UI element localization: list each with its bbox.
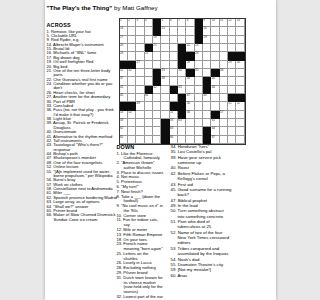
cell-number: 50 <box>187 102 190 105</box>
grid-cell[interactable]: 52 <box>236 102 244 110</box>
black-square <box>170 86 178 94</box>
cell-number: 34 <box>178 69 181 72</box>
grid-cell[interactable] <box>136 111 144 119</box>
cell-number: 13 <box>237 19 240 22</box>
clue: 39. Have your service pick someone up <box>171 155 232 166</box>
grid-cell[interactable] <box>228 44 236 52</box>
grid-cell[interactable] <box>220 119 228 127</box>
grid-cell[interactable]: 11 <box>220 19 228 27</box>
grid-cell[interactable]: 15 <box>161 27 169 35</box>
grid-cell[interactable]: 32 <box>128 69 136 77</box>
clue-number: 34. <box>171 144 178 149</box>
grid-cell[interactable] <box>220 136 228 144</box>
grid-cell[interactable]: 8 <box>186 19 194 27</box>
black-square <box>203 136 211 144</box>
cell-number: 54 <box>128 111 131 114</box>
cell-number: 30 <box>237 61 240 64</box>
grid-cell[interactable] <box>211 102 219 110</box>
grid-cell[interactable] <box>203 69 211 77</box>
cell-number: 31 <box>120 69 123 72</box>
grid-cell[interactable] <box>220 44 228 52</box>
clue-number: 21. <box>47 68 54 73</box>
grid-cell[interactable] <box>153 52 161 60</box>
grid-cell[interactable]: 44 <box>211 86 219 94</box>
grid-cell[interactable] <box>236 136 244 144</box>
grid-cell[interactable] <box>220 36 228 44</box>
grid-cell[interactable] <box>170 44 178 52</box>
cell-number: 4 <box>145 19 147 22</box>
grid-cell[interactable] <box>195 136 203 144</box>
down-section-col1: DOWN 1. Like the Florence Cathedral, fam… <box>117 144 164 300</box>
clue-number: 53. <box>171 246 178 251</box>
grid-cell[interactable] <box>203 111 211 119</box>
clue-number: 55. <box>47 169 54 174</box>
grid-cell[interactable] <box>211 36 219 44</box>
grid-cell[interactable] <box>178 36 186 44</box>
cell-number: 65 <box>120 136 123 139</box>
clue-number: 51. <box>171 219 178 224</box>
grid-cell[interactable] <box>128 52 136 60</box>
clue: 50. Turn something abstract into somethi… <box>171 208 232 219</box>
grid-cell[interactable] <box>203 61 211 69</box>
grid-cell[interactable] <box>228 69 236 77</box>
cell-number: 49 <box>137 102 140 105</box>
grid-cell[interactable] <box>220 77 228 85</box>
grid-cell[interactable]: 35 <box>195 69 203 77</box>
grid-cell[interactable]: 21 <box>153 44 161 52</box>
cell-number: 16 <box>203 27 206 30</box>
cell-number: 47 <box>187 94 190 97</box>
black-square <box>203 127 211 135</box>
grid-cell[interactable] <box>203 52 211 60</box>
clue-number: 52. <box>171 230 178 235</box>
grid-cell[interactable] <box>211 94 219 102</box>
cell-number: 24 <box>120 52 123 55</box>
grid-cell[interactable] <box>228 136 236 144</box>
grid-cell[interactable] <box>136 44 144 52</box>
grid-cell[interactable]: 3 <box>136 19 144 27</box>
clue-number: 11. <box>117 217 124 222</box>
cell-number: 21 <box>153 44 156 47</box>
grid-cell[interactable]: 27 <box>136 61 144 69</box>
grid-cell[interactable] <box>145 127 153 135</box>
grid-cell[interactable] <box>145 111 153 119</box>
clue: 31. Dutch town known for its cheese mark… <box>117 276 164 295</box>
grid-cell[interactable] <box>170 61 178 69</box>
clue-number: 36. <box>47 107 54 112</box>
clue-number: 45. <box>171 187 178 192</box>
grid-cell[interactable] <box>195 127 203 135</box>
down-clue-list-2: 34. Honduran "hers"35. Lou Costello's pa… <box>171 144 232 278</box>
cell-number: 66 <box>170 136 173 139</box>
cell-number: 61 <box>212 119 215 122</box>
cell-number: 56 <box>187 111 190 114</box>
grid-cell[interactable]: 26 <box>195 52 203 60</box>
grid-cell[interactable] <box>228 86 236 94</box>
grid-cell[interactable]: 28 <box>186 61 194 69</box>
cell-number: 6 <box>170 19 172 22</box>
grid-cell[interactable] <box>236 27 244 35</box>
cell-number: 58 <box>120 119 123 122</box>
clue-number: 54. <box>171 257 178 262</box>
grid-cell[interactable]: 30 <box>236 61 244 69</box>
clue-number: 1. <box>117 151 122 156</box>
cell-number: 1 <box>120 19 122 22</box>
grid-cell[interactable] <box>186 136 194 144</box>
cell-number: 38 <box>162 77 165 80</box>
clue-number: 43. <box>171 182 178 187</box>
grid-cell[interactable] <box>178 127 186 135</box>
grid-cell[interactable] <box>136 27 144 35</box>
cell-number: 37 <box>120 77 123 80</box>
grid-cell[interactable]: 60 <box>178 119 186 127</box>
grid-cell[interactable] <box>195 94 203 102</box>
grid-cell[interactable] <box>195 77 203 85</box>
grid-cell[interactable]: 13 <box>236 19 244 27</box>
grid-cell[interactable] <box>203 119 211 127</box>
puzzle-byline: by Matt Gaffney <box>112 4 157 11</box>
grid-cell[interactable] <box>153 102 161 110</box>
grid-cell[interactable] <box>128 36 136 44</box>
grid-cell[interactable] <box>228 111 236 119</box>
cell-number: 44 <box>212 86 215 89</box>
grid-cell[interactable]: 42 <box>153 86 161 94</box>
clue-number: 9. <box>117 203 122 208</box>
grid-cell[interactable] <box>161 94 169 102</box>
grid-cell[interactable]: 65 <box>120 136 128 144</box>
cell-number: 7 <box>178 19 180 22</box>
cell-number: 11 <box>220 19 223 22</box>
grid-cell[interactable] <box>170 77 178 85</box>
grid-cell[interactable]: 10 <box>211 19 219 27</box>
grid-cell[interactable]: 54 <box>128 111 136 119</box>
clue-number: 40. <box>171 165 178 170</box>
grid-cell[interactable] <box>128 119 136 127</box>
grid-cell[interactable] <box>161 86 169 94</box>
grid-cell[interactable] <box>236 36 244 44</box>
cell-number: 43 <box>178 86 181 89</box>
black-square <box>178 102 186 110</box>
black-square <box>161 127 169 135</box>
grid-cell[interactable]: 43 <box>178 86 186 94</box>
grid-cell[interactable]: 25 <box>145 52 153 60</box>
grid-cell[interactable] <box>211 61 219 69</box>
cell-number: 15 <box>162 27 165 30</box>
down-header: DOWN <box>117 144 164 150</box>
grid-cell[interactable] <box>236 44 244 52</box>
clue: 52. Name of two of the four New York Tim… <box>171 230 232 246</box>
clue-number: 31. <box>117 275 124 280</box>
black-square <box>161 136 169 144</box>
grid-cell[interactable] <box>153 119 161 127</box>
grid-cell[interactable]: 24 <box>120 52 128 60</box>
cell-number: 62 <box>120 127 123 130</box>
clue-number: 50. <box>171 208 178 213</box>
cell-number: 8 <box>187 19 189 22</box>
grid-cell[interactable] <box>195 111 203 119</box>
clue-number: 39. <box>171 155 178 160</box>
black-square <box>195 27 203 35</box>
grid-cell[interactable] <box>228 36 236 44</box>
grid-cell[interactable] <box>178 27 186 35</box>
grid-cell[interactable] <box>220 52 228 60</box>
clue-number: 35. <box>171 149 178 154</box>
cell-number: 67 <box>212 136 215 139</box>
clue-number: 59. <box>171 267 178 272</box>
cell-number: 46 <box>145 94 148 97</box>
grid-cell[interactable] <box>203 102 211 110</box>
grid-cell[interactable] <box>128 27 136 35</box>
grid-cell[interactable] <box>236 86 244 94</box>
grid-cell[interactable]: 51 <box>228 102 236 110</box>
grid-cell[interactable] <box>186 27 194 35</box>
cell-number: 35 <box>195 69 198 72</box>
cell-number: 36 <box>220 69 223 72</box>
clue-number: 8. <box>117 194 121 199</box>
grid-cell[interactable] <box>153 94 161 102</box>
grid-cell[interactable]: 56 <box>186 111 194 119</box>
cell-number: 10 <box>212 19 215 22</box>
grid-cell[interactable] <box>228 127 236 135</box>
grid-cell[interactable] <box>186 119 194 127</box>
grid-cell[interactable] <box>136 77 144 85</box>
cell-number: 42 <box>153 86 156 89</box>
grid-cell[interactable]: 22 <box>186 44 194 52</box>
grid-cell[interactable] <box>145 61 153 69</box>
cell-number: 27 <box>137 61 140 64</box>
grid-cell[interactable] <box>128 77 136 85</box>
clue-number: 24. <box>47 81 54 86</box>
grid-cell[interactable]: 46 <box>145 94 153 102</box>
grid-cell[interactable] <box>136 69 144 77</box>
grid-cell[interactable]: 4 <box>145 19 153 27</box>
grid-cell[interactable]: 2 <box>128 19 136 27</box>
grid-cell[interactable]: 19 <box>203 36 211 44</box>
grid-cell[interactable] <box>228 77 236 85</box>
grid-cell[interactable] <box>136 86 144 94</box>
grid-cell[interactable] <box>236 111 244 119</box>
grid-cell[interactable] <box>153 127 161 135</box>
cell-number: 26 <box>195 52 198 55</box>
cell-number: 20 <box>120 44 123 47</box>
grid-cell[interactable] <box>128 44 136 52</box>
grid-cell[interactable] <box>161 52 169 60</box>
cell-number: 48 <box>203 94 206 97</box>
black-square <box>178 52 186 60</box>
cell-number: 53 <box>120 111 123 114</box>
black-square <box>203 77 211 85</box>
grid-cell[interactable] <box>128 94 136 102</box>
grid-cell[interactable] <box>145 36 153 44</box>
crossword-page: "The Play's the Thing" by Matt Gaffney A… <box>45 0 276 300</box>
grid-cell[interactable] <box>178 136 186 144</box>
black-square <box>178 94 186 102</box>
cell-number: 33 <box>162 69 165 72</box>
cell-number: 25 <box>145 52 148 55</box>
grid-cell[interactable]: 6 <box>170 19 178 27</box>
clue-number: 55. <box>171 262 178 267</box>
grid-cell[interactable] <box>145 102 153 110</box>
clue-number: 23. <box>117 241 124 246</box>
cell-number: 12 <box>228 19 231 22</box>
grid-cell[interactable] <box>145 69 153 77</box>
grid-cell[interactable] <box>161 102 169 110</box>
clue: 53. Tribes conquered and assimilated by … <box>171 246 232 257</box>
cell-number: 23 <box>195 44 198 47</box>
grid-cell[interactable]: 67 <box>211 136 219 144</box>
clue-number: 47. <box>171 198 178 203</box>
grid-cell[interactable] <box>153 111 161 119</box>
cell-number: 22 <box>187 44 190 47</box>
grid-cell[interactable] <box>145 136 153 144</box>
down-section-col2: 34. Honduran "hers"35. Lou Costello's pa… <box>171 144 232 278</box>
cell-number: 19 <box>203 36 206 39</box>
grid-cell[interactable] <box>203 44 211 52</box>
grid-cell[interactable] <box>170 94 178 102</box>
grid-cell[interactable] <box>161 36 169 44</box>
cell-number: 45 <box>120 94 123 97</box>
grid-cell[interactable]: 29 <box>228 61 236 69</box>
cell-number: 64 <box>212 127 215 130</box>
cell-number: 55 <box>170 111 173 114</box>
puzzle-title: "The Play's the Thing" <box>47 4 113 11</box>
grid-cell[interactable]: 34 <box>178 69 186 77</box>
cell-number: 29 <box>228 61 231 64</box>
cell-number: 5 <box>162 19 164 22</box>
black-square <box>195 19 203 27</box>
grid-cell[interactable] <box>161 44 169 52</box>
clue: 42. Before Flakes or Pops, a Kellogg's c… <box>171 171 232 182</box>
cell-number: 63 <box>170 127 173 130</box>
black-square <box>153 69 161 77</box>
grid-cell[interactable] <box>236 77 244 85</box>
cell-number: 41 <box>120 86 123 89</box>
grid-cell[interactable] <box>195 102 203 110</box>
cell-number: 32 <box>128 69 131 72</box>
across-header: ACROSS <box>47 22 118 28</box>
grid-cell[interactable] <box>236 119 244 127</box>
clue-number: 2. <box>117 160 122 165</box>
cell-number: 52 <box>237 102 240 105</box>
cell-number: 17 <box>120 36 123 39</box>
cell-number: 39 <box>187 77 190 80</box>
clue: 51. Poet who died of tuberculosis at 25 <box>171 219 232 230</box>
grid-cell[interactable]: 38 <box>161 77 169 85</box>
grid-cell[interactable] <box>170 52 178 60</box>
grid-cell[interactable] <box>153 136 161 144</box>
grid-cell[interactable] <box>145 119 153 127</box>
across-section: ACROSS 1. Remove, like your hat5. Clicka… <box>47 22 118 222</box>
grid-cell[interactable] <box>136 136 144 144</box>
cell-number: 28 <box>187 61 190 64</box>
grid-cell[interactable]: 48 <box>203 94 211 102</box>
grid-cell[interactable] <box>236 127 244 135</box>
clue: 45. Good surname for a running back? <box>171 187 232 198</box>
grid-cell[interactable] <box>128 86 136 94</box>
grid-cell[interactable] <box>220 86 228 94</box>
grid-cell[interactable] <box>220 94 228 102</box>
black-square <box>153 19 161 27</box>
grid-cell[interactable] <box>211 44 219 52</box>
grid-cell[interactable] <box>170 69 178 77</box>
cell-number: 60 <box>178 119 181 122</box>
crossword-grid[interactable]: 1234567891011121314151617181920212223242… <box>119 18 246 145</box>
grid-cell[interactable] <box>136 119 144 127</box>
black-square <box>178 44 186 52</box>
clue: 60. Arias <box>171 273 232 278</box>
clue-number: 39. <box>47 120 54 125</box>
grid-cell[interactable]: 39 <box>186 77 194 85</box>
grid-cell[interactable]: 12 <box>228 19 236 27</box>
grid-cell[interactable] <box>128 136 136 144</box>
grid-cell[interactable] <box>211 52 219 60</box>
cell-number: 14 <box>120 27 123 30</box>
cell-number: 51 <box>228 102 231 105</box>
cell-number: 3 <box>137 19 139 22</box>
grid-cell[interactable] <box>170 36 178 44</box>
grid-cell[interactable]: 57 <box>220 111 228 119</box>
cell-number: 9 <box>203 19 205 22</box>
grid-cell[interactable] <box>136 127 144 135</box>
grid-cell[interactable] <box>170 27 178 35</box>
clue-number: 42. <box>171 171 178 176</box>
cell-number: 57 <box>220 111 223 114</box>
grid-cell[interactable] <box>153 61 161 69</box>
grid-cell[interactable] <box>236 69 244 77</box>
grid-cell[interactable]: 7 <box>178 19 186 27</box>
grid-cell[interactable] <box>161 111 169 119</box>
grid-cell[interactable] <box>128 127 136 135</box>
down-clue-list-1: 1. Like the Florence Cathedral, famously… <box>117 152 164 300</box>
grid-cell[interactable] <box>228 27 236 35</box>
grid-cell[interactable]: 45 <box>120 94 128 102</box>
grid-cell[interactable]: 36 <box>220 69 228 77</box>
grid-cell[interactable] <box>145 27 153 35</box>
grid-cell[interactable] <box>145 77 153 85</box>
grid-cell[interactable] <box>220 127 228 135</box>
grid-cell[interactable] <box>136 36 144 44</box>
cell-number: 40 <box>212 77 215 80</box>
clue-number: 43. <box>47 142 54 147</box>
cell-number: 2 <box>128 19 130 22</box>
grid-cell[interactable] <box>228 119 236 127</box>
clue-number: 49. <box>171 203 178 208</box>
page-title: "The Play's the Thing" by Matt Gaffney <box>47 4 158 11</box>
grid-cell[interactable] <box>211 27 219 35</box>
black-square <box>161 119 169 127</box>
grid-cell[interactable] <box>220 27 228 35</box>
grid-cell[interactable]: 66 <box>170 136 178 144</box>
grid-cell[interactable] <box>195 119 203 127</box>
clue-number: 60. <box>171 273 178 278</box>
grid-cell[interactable] <box>186 127 194 135</box>
across-clue-list: 1. Remove, like your hat5. Clickable URL… <box>47 30 118 223</box>
clue-number: 66. <box>47 212 54 217</box>
clue-number: 25. <box>117 251 124 256</box>
cell-number: 18 <box>153 36 156 39</box>
grid-cell[interactable] <box>195 86 203 94</box>
clue: 66. Maker of Slow Churned Drumstick Sund… <box>47 213 118 222</box>
cell-number: 59 <box>170 119 173 122</box>
grid-cell[interactable]: 49 <box>136 102 144 110</box>
